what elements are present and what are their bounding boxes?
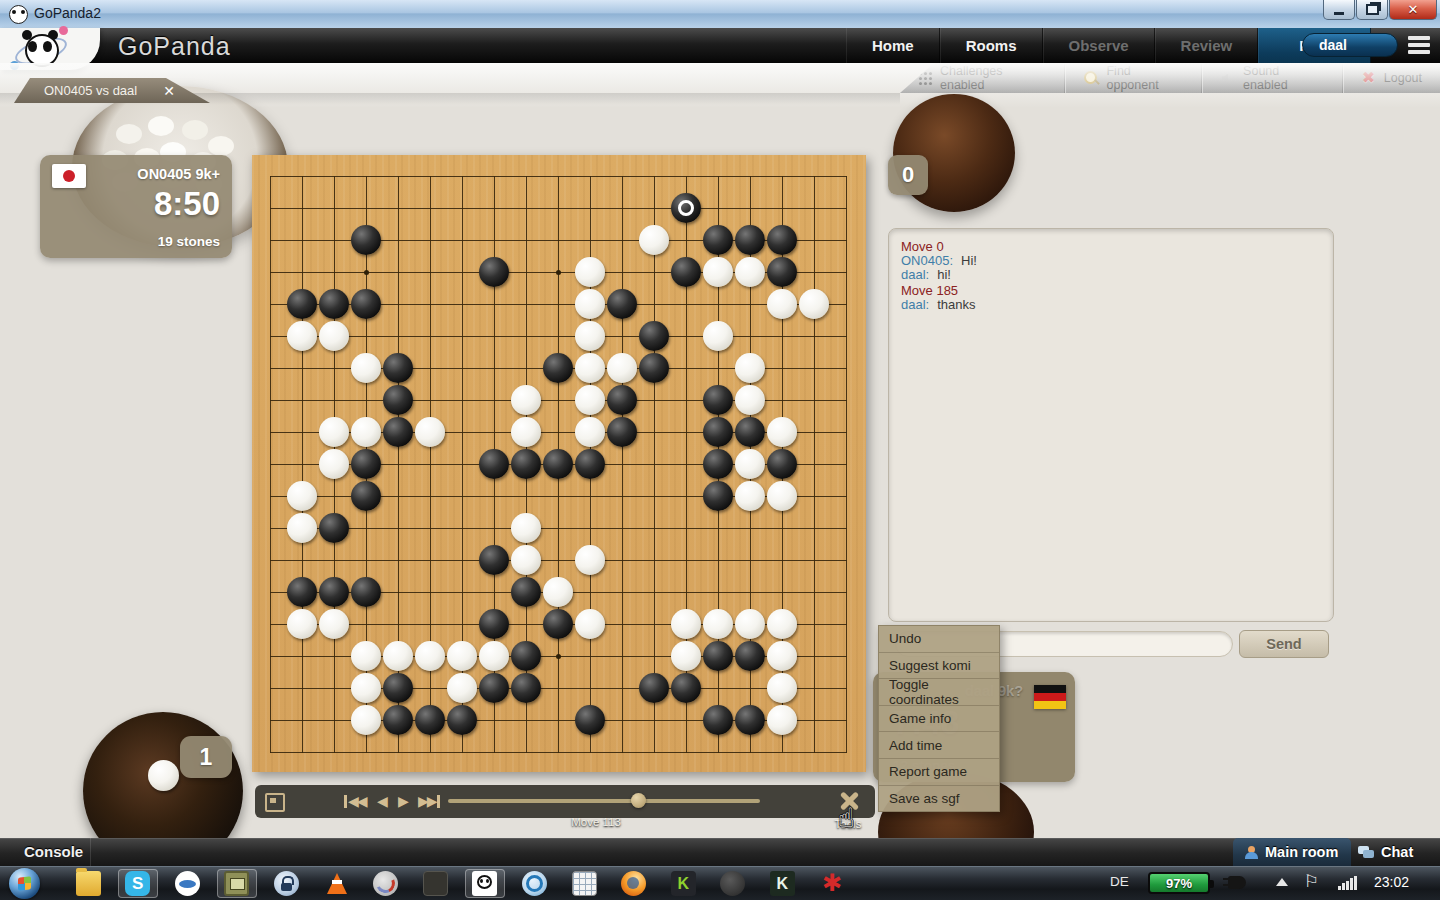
- white-stone: [767, 673, 797, 703]
- spreadsheet-taskbar-slot[interactable]: [564, 869, 604, 898]
- battery-indicator[interactable]: 97%: [1148, 872, 1210, 894]
- window-titlebar[interactable]: GoPanda2 ✕: [0, 0, 1440, 29]
- black-stone: [383, 353, 413, 383]
- white-player-name: ON0405 9k+: [137, 166, 220, 182]
- nav-item-review[interactable]: Review: [1155, 28, 1259, 63]
- black-stone: [703, 385, 733, 415]
- black-stone: [351, 289, 381, 319]
- game-control-bar: ◀◀ ◀ ▶ ▶▶: [255, 785, 875, 818]
- white-stone: [703, 321, 733, 351]
- black-stone: [351, 449, 381, 479]
- move-slider-knob[interactable]: [631, 793, 646, 808]
- hoshi-point: [364, 270, 369, 275]
- white-stone: [735, 481, 765, 511]
- menu-item-toggle-coordinates[interactable]: Toggle coordinates: [879, 679, 999, 706]
- windows-start-button[interactable]: [9, 868, 40, 899]
- white-stone: [607, 353, 637, 383]
- white-stone: [671, 641, 701, 671]
- menu-item-undo[interactable]: Undo: [879, 626, 999, 653]
- black-stone: [735, 705, 765, 735]
- black-stone: [383, 705, 413, 735]
- white-stone: [735, 609, 765, 639]
- white-stone: [767, 289, 797, 319]
- black-stone: [351, 225, 381, 255]
- menu-item-suggest-komi[interactable]: Suggest komi: [879, 653, 999, 680]
- mouse-cursor-hand: ☝: [838, 802, 854, 833]
- white-stone: [415, 641, 445, 671]
- explorer-folder-taskbar-slot[interactable]: [68, 869, 108, 898]
- player-card-white: ON0405 9k+ 8:50 19 stones: [40, 155, 232, 258]
- white-stone: [767, 417, 797, 447]
- minimize-button[interactable]: [1323, 0, 1355, 20]
- white-stone: [735, 353, 765, 383]
- close-button[interactable]: ✕: [1389, 0, 1437, 20]
- white-stone: [511, 545, 541, 575]
- network-signal-icon[interactable]: [1338, 876, 1360, 890]
- black-stone: [511, 449, 541, 479]
- white-stone: [575, 545, 605, 575]
- close-icon: ✕: [1408, 2, 1419, 17]
- person-icon: [1245, 846, 1258, 859]
- white-stone: [767, 609, 797, 639]
- white-stone: [511, 417, 541, 447]
- main-room-button[interactable]: Main room: [1233, 838, 1351, 866]
- white-stone: [735, 257, 765, 287]
- tools-context-menu: UndoSuggest komiToggle coordinatesGame i…: [878, 625, 1000, 812]
- captured-white-stone: [148, 760, 179, 791]
- black-stone: [703, 641, 733, 671]
- white-stone: [351, 353, 381, 383]
- white-stone: [287, 609, 317, 639]
- power-plug-icon: [1228, 876, 1246, 889]
- black-stone: [767, 225, 797, 255]
- white-stone: [287, 513, 317, 543]
- password-lock-taskbar-slot[interactable]: [266, 869, 306, 898]
- white-stone: [703, 609, 733, 639]
- white-stone: [735, 449, 765, 479]
- dark-circle-app-icon: [720, 871, 745, 896]
- white-stone: [575, 609, 605, 639]
- white-stone: [351, 417, 381, 447]
- hoshi-point: [556, 654, 561, 659]
- black-stone: [703, 705, 733, 735]
- black-stone: [671, 193, 701, 223]
- taskbar-clock[interactable]: 23:02: [1374, 874, 1409, 890]
- white-stone: [575, 257, 605, 287]
- white-stone: [511, 513, 541, 543]
- black-stone: [703, 481, 733, 511]
- console-button[interactable]: Console: [24, 843, 83, 860]
- to-start-button[interactable]: ◀◀: [343, 791, 366, 811]
- k-green-app-icon: K: [770, 871, 795, 896]
- black-stone: [671, 673, 701, 703]
- window-title: GoPanda2: [34, 5, 101, 21]
- black-stone: [543, 609, 573, 639]
- black-stone: [287, 289, 317, 319]
- gopanda-logo-icon[interactable]: [22, 32, 58, 66]
- red-pinwheel-taskbar-slot[interactable]: ✱: [812, 869, 852, 898]
- k-dark-app-taskbar-slot[interactable]: K: [663, 869, 703, 898]
- black-stone: [735, 641, 765, 671]
- black-stone: [319, 513, 349, 543]
- black-stone: [383, 417, 413, 447]
- white-stone: [767, 705, 797, 735]
- white-stone: [319, 449, 349, 479]
- dark-app-icon: [423, 871, 448, 896]
- white-stone: [319, 609, 349, 639]
- menu-item-save-as-sgf[interactable]: Save as sgf: [879, 786, 999, 812]
- firefox-icon: [621, 871, 646, 896]
- black-stone: [479, 257, 509, 287]
- white-stone: [351, 705, 381, 735]
- window-controls: ✕: [1323, 0, 1437, 20]
- black-stone: [511, 673, 541, 703]
- restore-icon: [1366, 4, 1379, 15]
- vlc-icon: [324, 871, 349, 896]
- black-stone: [415, 705, 445, 735]
- nav-item-home[interactable]: Home: [846, 28, 940, 63]
- blue-browser-icon: [522, 871, 547, 896]
- black-stone: [511, 577, 541, 607]
- white-stone: [351, 641, 381, 671]
- black-stone: [767, 449, 797, 479]
- photo-viewer-icon: [224, 871, 249, 896]
- white-stone: [575, 353, 605, 383]
- minimize-icon: [1334, 12, 1344, 15]
- step-back-button[interactable]: ◀: [377, 791, 386, 811]
- white-stone: [287, 481, 317, 511]
- brand-title: GoPanda: [118, 32, 231, 61]
- to-end-button[interactable]: ▶▶: [418, 791, 441, 811]
- white-stone: [479, 641, 509, 671]
- tab-close-icon[interactable]: ✕: [163, 83, 175, 99]
- go-board[interactable]: [252, 155, 866, 772]
- status-bar: [0, 838, 1440, 867]
- white-stone: [767, 481, 797, 511]
- black-stone: [479, 449, 509, 479]
- black-stone: [351, 577, 381, 607]
- openoffice-taskbar-slot[interactable]: [167, 869, 207, 898]
- quicktime-icon: [373, 871, 398, 896]
- speech-bubbles-icon: [1358, 846, 1374, 859]
- move-slider[interactable]: [448, 799, 760, 803]
- black-stone: [511, 641, 541, 671]
- black-stone: [703, 417, 733, 447]
- white-stone: [383, 641, 413, 671]
- menu-item-game-info[interactable]: Game info: [879, 706, 999, 733]
- dark-app-taskbar-slot[interactable]: [415, 869, 455, 898]
- chat-label: Chat: [1381, 844, 1413, 860]
- black-stone: [287, 577, 317, 607]
- dark-circle-app-taskbar-slot[interactable]: [713, 869, 753, 898]
- send-button[interactable]: Send: [1239, 630, 1329, 658]
- white-stone: [511, 385, 541, 415]
- hoshi-point: [556, 270, 561, 275]
- white-stone: [799, 289, 829, 319]
- black-stone: [447, 705, 477, 735]
- black-stone: [607, 289, 637, 319]
- resize-board-icon[interactable]: [265, 793, 285, 812]
- menu-item-add-time[interactable]: Add time: [879, 732, 999, 759]
- chat-move-marker: Move 0: [901, 240, 1321, 254]
- step-forward-button[interactable]: ▶: [398, 791, 407, 811]
- move-number-label: Move 113: [540, 816, 652, 828]
- windows-flag-icon: [18, 876, 31, 890]
- black-stone: [479, 673, 509, 703]
- restore-button[interactable]: [1356, 0, 1388, 20]
- spreadsheet-icon: [572, 871, 597, 896]
- chat-button[interactable]: Chat: [1352, 838, 1440, 866]
- white-stone: [575, 385, 605, 415]
- black-stone: [543, 353, 573, 383]
- black-stone: [703, 449, 733, 479]
- black-stone: [319, 289, 349, 319]
- gopanda-taskbar-slot[interactable]: [465, 869, 505, 898]
- black-stone: [735, 225, 765, 255]
- black-stone: [575, 449, 605, 479]
- black-stone: [319, 577, 349, 607]
- main-room-label: Main room: [1265, 844, 1338, 860]
- white-stone: [575, 289, 605, 319]
- white-captures-badge: 0: [888, 155, 928, 195]
- black-stone: [543, 449, 573, 479]
- white-stone: [319, 321, 349, 351]
- chat-history-panel[interactable]: Move 0ON0405:Hi!daal:hi!Move 185daal:tha…: [888, 228, 1334, 622]
- white-stone: [703, 257, 733, 287]
- white-stone: [767, 641, 797, 671]
- chat-move-marker: Move 185: [901, 284, 1321, 298]
- white-stone: [543, 577, 573, 607]
- chat-message: daal:thanks: [901, 298, 1321, 312]
- quicktime-taskbar-slot[interactable]: [366, 869, 406, 898]
- white-stone: [319, 417, 349, 447]
- black-stone: [639, 673, 669, 703]
- chat-message: daal:hi!: [901, 268, 1321, 282]
- black-stone: [703, 225, 733, 255]
- action-center-flag-icon[interactable]: ⚐: [1304, 871, 1319, 891]
- black-captures-badge: 1: [180, 736, 232, 778]
- firefox-taskbar-slot[interactable]: [614, 869, 654, 898]
- white-stone: [287, 321, 317, 351]
- hamburger-menu-icon[interactable]: [1408, 36, 1430, 54]
- explorer-folder-icon: [76, 871, 101, 896]
- black-stone: [383, 385, 413, 415]
- black-stone: [383, 673, 413, 703]
- nav-item-rooms[interactable]: Rooms: [940, 28, 1043, 63]
- white-stone: [575, 321, 605, 351]
- white-player-stones: 19 stones: [158, 234, 220, 249]
- white-stone: [575, 417, 605, 447]
- black-stone: [639, 321, 669, 351]
- black-stone: [607, 417, 637, 447]
- skype-icon: S: [125, 871, 150, 896]
- black-stone: [639, 353, 669, 383]
- black-stone: [575, 705, 605, 735]
- white-stone: [735, 385, 765, 415]
- red-pinwheel-icon: ✱: [820, 871, 845, 896]
- black-stone: [351, 481, 381, 511]
- nav-items: HomeRoomsObserveReviewPlay: [846, 28, 1371, 63]
- white-stone: [671, 609, 701, 639]
- language-indicator[interactable]: DE: [1110, 874, 1129, 889]
- black-stone: [479, 609, 509, 639]
- vlc-taskbar-slot[interactable]: [316, 869, 356, 898]
- white-stone: [415, 417, 445, 447]
- white-stone: [447, 641, 477, 671]
- nav-item-observe[interactable]: Observe: [1043, 28, 1155, 63]
- skype-taskbar-slot[interactable]: S: [118, 869, 158, 898]
- gopanda-icon: [472, 871, 497, 896]
- console-tab-edge: [90, 838, 91, 866]
- white-stone: [351, 673, 381, 703]
- photo-viewer-taskbar-slot[interactable]: [217, 869, 257, 898]
- screen: GoPanda2 ✕ HomeRoomsObserveReviewPlay da…: [0, 0, 1440, 900]
- gopanda-app-icon: [9, 5, 28, 24]
- black-stone: [479, 545, 509, 575]
- openoffice-icon: [175, 871, 200, 896]
- japan-flag-icon: [52, 164, 86, 188]
- tray-expand-arrow-icon[interactable]: [1276, 878, 1288, 886]
- k-dark-app-icon: K: [671, 871, 696, 896]
- password-lock-icon: [274, 871, 299, 896]
- game-tab-label: ON0405 vs daal: [44, 83, 137, 98]
- white-stone: [447, 673, 477, 703]
- menu-item-report-game[interactable]: Report game: [879, 759, 999, 786]
- user-button[interactable]: daal: [1302, 33, 1398, 57]
- black-stone: [607, 385, 637, 415]
- germany-flag-icon: [1034, 685, 1066, 709]
- chat-message: ON0405:Hi!: [901, 254, 1321, 268]
- blue-browser-taskbar-slot[interactable]: [514, 869, 554, 898]
- black-stone: [671, 257, 701, 287]
- black-stone: [735, 417, 765, 447]
- white-player-clock: 8:50: [154, 185, 220, 223]
- black-stone: [767, 257, 797, 287]
- white-stone: [639, 225, 669, 255]
- k-green-app-taskbar-slot[interactable]: K: [762, 869, 802, 898]
